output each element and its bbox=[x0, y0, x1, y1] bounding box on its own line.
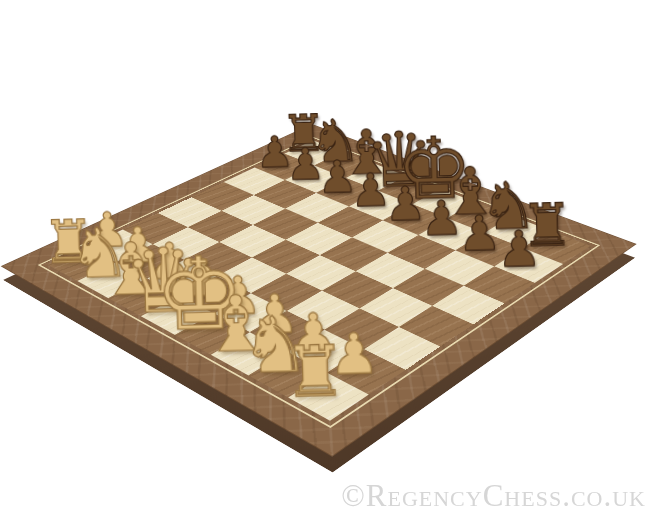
board-walnut-frame: ♜♞♝♛♚♝♞♜♟♟♟♟♟♟♟♟♟♟♟♟♟♟♟♟♜♞♝♛♚♝♞♜ bbox=[1, 124, 637, 457]
piece-black-rook-a8: ♜ bbox=[253, 103, 355, 158]
board-inlay-line: ♜♞♝♛♚♝♞♜♟♟♟♟♟♟♟♟♟♟♟♟♟♟♟♟♜♞♝♛♚♝♞♜ bbox=[38, 137, 600, 428]
chess-board: ♜♞♝♛♚♝♞♜♟♟♟♟♟♟♟♟♟♟♟♟♟♟♟♟♜♞♝♛♚♝♞♜ bbox=[1, 124, 637, 457]
square-d2: ♟ bbox=[180, 276, 251, 313]
perspective-scene: ♜♞♝♛♚♝♞♜♟♟♟♟♟♟♟♟♟♟♟♟♟♟♟♟♜♞♝♛♚♝♞♜ bbox=[0, 0, 650, 520]
board-grid: ♜♞♝♛♚♝♞♜♟♟♟♟♟♟♟♟♟♟♟♟♟♟♟♟♜♞♝♛♚♝♞♜ bbox=[48, 140, 591, 420]
square-g8: ♞ bbox=[484, 216, 550, 248]
product-photo: ♜♞♝♛♚♝♞♜♟♟♟♟♟♟♟♟♟♟♟♟♟♟♟♟♜♞♝♛♚♝♞♜ ©Regenc… bbox=[0, 0, 650, 520]
watermark-text: ©RegencyChess.co.uk bbox=[341, 478, 646, 514]
piece-black-rook-h8: ♜ bbox=[488, 190, 606, 254]
camera-tilt: ♜♞♝♛♚♝♞♜♟♟♟♟♟♟♟♟♟♟♟♟♟♟♟♟♜♞♝♛♚♝♞♜ bbox=[0, 0, 650, 520]
